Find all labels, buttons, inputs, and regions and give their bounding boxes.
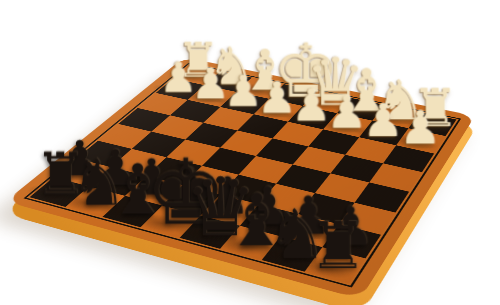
black-queen-d8: ♛ <box>184 167 229 248</box>
black-bishop-c8: ♝ <box>224 185 270 257</box>
black-knight-b8: ♞ <box>266 200 312 268</box>
black-rook-a8: ♜ <box>309 214 356 279</box>
chess-set-photo: ♜♞♝♚♛♝♞♜♟♟♟♟♟♟♟♟♟♟♟♟♟♟♟♟♜♞♝♚♛♝♞♜ <box>0 0 500 305</box>
chess-board: ♜♞♝♚♛♝♞♜♟♟♟♟♟♟♟♟♟♟♟♟♟♟♟♟♜♞♝♚♛♝♞♜ <box>5 57 475 299</box>
black-king-e8: ♚ <box>145 148 189 239</box>
